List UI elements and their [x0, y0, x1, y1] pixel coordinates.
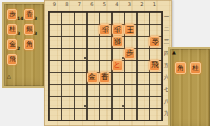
gote-hand-piece-歩[interactable]: 歩: [7, 9, 17, 20]
gote-hand-piece-飛[interactable]: 飛: [7, 54, 17, 65]
piece-kanji: 香: [26, 11, 32, 17]
board-piece-sente-と-4五[interactable]: と: [112, 60, 123, 71]
gote-hand-count-銀: 3: [34, 31, 37, 36]
file-label-9: 9: [48, 1, 61, 8]
gote-hand-count-香: 3: [34, 16, 37, 21]
wood-grain: [170, 49, 210, 126]
piece-kanji: 歩: [113, 25, 120, 32]
board-piece-gote-歩-4二[interactable]: 歩: [112, 24, 123, 35]
file-label-3: 3: [123, 1, 136, 8]
shogi-board: 987654321 一二三四五六七八九 歩歩王銀金歩と飛金香: [44, 0, 172, 126]
board-piece-sente-香-5六[interactable]: 香: [99, 72, 110, 83]
gote-hand-count-金: 2: [17, 46, 20, 51]
sente-piece-stand: ▲ 角桂: [168, 47, 210, 126]
gote-hand-piece-角[interactable]: 角: [24, 39, 34, 50]
board-piece-sente-歩-3四[interactable]: 歩: [124, 48, 135, 59]
gote-hand-piece-香[interactable]: 香: [24, 9, 34, 20]
board-piece-gote-金-1三[interactable]: 金: [149, 36, 160, 47]
rank-label-1: 一: [162, 14, 171, 21]
rank-label-2: 二: [162, 26, 171, 33]
shogi-diagram: 歩14香3桂3銀3金2角飛 △ 987654321 一二三四五六七八九 歩歩王銀…: [0, 0, 210, 126]
gote-hand-count-桂: 3: [17, 31, 20, 36]
piece-kanji: 桂: [9, 26, 15, 32]
piece-kanji: 銀: [26, 26, 32, 32]
file-label-4: 4: [111, 1, 124, 8]
sente-hand-piece-桂[interactable]: 桂: [190, 62, 201, 74]
star-point: [84, 105, 86, 107]
sente-hand-piece-角[interactable]: 角: [175, 62, 186, 74]
piece-kanji: 王: [126, 25, 133, 32]
piece-kanji: と: [113, 61, 121, 68]
rank-label-3: 三: [162, 38, 171, 45]
piece-kanji: 角: [26, 41, 32, 47]
board-piece-gote-銀-4三[interactable]: 銀: [112, 36, 123, 47]
file-label-1: 1: [148, 1, 161, 8]
piece-kanji: 桂: [192, 65, 198, 71]
star-point: [122, 105, 124, 107]
gote-hand-piece-銀[interactable]: 銀: [24, 24, 34, 35]
piece-kanji: 飛: [9, 56, 15, 62]
piece-kanji: 歩: [126, 49, 133, 56]
board-piece-sente-金-6六[interactable]: 金: [87, 72, 98, 83]
file-label-5: 5: [98, 1, 111, 8]
gote-hand-count-歩: 14: [17, 16, 23, 21]
gote-piece-stand: 歩14香3桂3銀3金2角飛 △: [2, 2, 46, 88]
piece-kanji: 角: [177, 65, 183, 71]
gote-marker-icon: △: [7, 74, 11, 79]
piece-kanji: 歩: [101, 25, 108, 32]
piece-kanji: 香: [101, 73, 108, 80]
piece-kanji: 銀: [113, 37, 120, 44]
board-piece-sente-飛-1五[interactable]: 飛: [149, 60, 160, 71]
board-piece-gote-歩-5二[interactable]: 歩: [99, 24, 110, 35]
file-label-7: 7: [73, 1, 86, 8]
star-point: [84, 57, 86, 59]
gote-hand-piece-金[interactable]: 金: [7, 39, 17, 50]
piece-kanji: 金: [151, 37, 158, 44]
piece-kanji: 金: [9, 41, 15, 47]
file-label-2: 2: [136, 1, 149, 8]
piece-kanji: 飛: [151, 61, 158, 68]
gote-hand-piece-桂[interactable]: 桂: [7, 24, 17, 35]
board-piece-gote-王-3二[interactable]: 王: [124, 24, 135, 35]
file-label-8: 8: [61, 1, 74, 8]
sente-marker-icon: ▲: [172, 50, 176, 55]
piece-kanji: 歩: [9, 11, 15, 17]
piece-kanji: 金: [88, 73, 95, 80]
file-label-6: 6: [86, 1, 99, 8]
